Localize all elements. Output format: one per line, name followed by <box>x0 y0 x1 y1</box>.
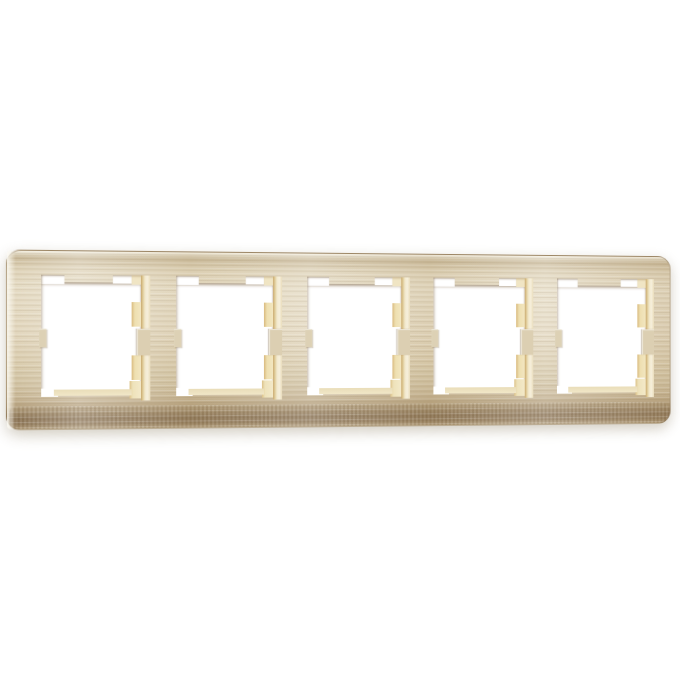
frame-bump-left <box>39 329 46 348</box>
ivory-liner-step-top-right <box>516 278 525 287</box>
aperture-notch-top-left <box>307 277 329 286</box>
ivory-tab-upper <box>132 302 141 327</box>
aperture-notch-top-right <box>375 277 393 285</box>
ivory-tab-upper <box>264 303 273 327</box>
ivory-tab-upper <box>392 303 401 327</box>
aperture-notch-top-left <box>176 276 199 285</box>
frame-perspective-wrapper <box>6 250 671 431</box>
aperture-hole <box>557 285 646 387</box>
frame-bump-left <box>555 329 562 347</box>
aperture-notch-top-right <box>621 279 638 287</box>
aperture-hole <box>41 282 141 391</box>
aperture-notch-top-right <box>246 276 264 284</box>
aperture-row <box>7 251 670 430</box>
ivory-tab-lower <box>264 355 273 379</box>
ivory-tab-upper <box>516 304 525 328</box>
frame-bump-left <box>431 329 438 347</box>
ivory-liner-bottom <box>319 388 392 394</box>
frame-bump-right <box>397 329 410 355</box>
aperture-gang-4 <box>431 278 533 399</box>
aperture-notch-top-right <box>113 275 132 283</box>
ivory-liner-step-top-right <box>392 277 401 286</box>
frame-bump-left <box>305 329 312 347</box>
ivory-tab-lower <box>637 354 645 377</box>
aperture-gang-2 <box>174 276 282 400</box>
ivory-liner-step-top-right <box>132 275 141 284</box>
aperture-gang-1 <box>39 275 150 401</box>
ivory-liner-step-top-right <box>637 279 645 288</box>
aperture-hole <box>433 285 524 389</box>
ivory-liner-bottom <box>54 389 132 396</box>
frame-bump-right <box>269 329 282 355</box>
ivory-tab-lower <box>132 355 141 380</box>
ivory-liner-step-top-right <box>264 276 273 285</box>
aperture-gang-3 <box>305 277 410 400</box>
ivory-tab-upper <box>637 304 645 327</box>
ivory-liner-bottom <box>445 387 516 393</box>
photo-background <box>0 0 680 680</box>
aperture-gang-5 <box>555 278 654 397</box>
aperture-hole <box>176 283 273 390</box>
ivory-liner-bottom <box>568 386 637 392</box>
aperture-notch-top-right <box>499 278 516 286</box>
ivory-tab-lower <box>392 355 401 379</box>
frame-bump-right <box>137 329 151 356</box>
ivory-liner-bottom <box>189 388 264 395</box>
aperture-notch-top-left <box>41 275 64 284</box>
frame-bump-left <box>174 329 181 347</box>
aperture-hole <box>307 284 401 390</box>
frame-bump-right <box>521 329 533 354</box>
aperture-notch-top-left <box>557 279 578 288</box>
ivory-tab-lower <box>516 355 525 379</box>
aperture-notch-top-left <box>433 278 454 287</box>
frame-bump-right <box>642 329 654 354</box>
switch-frame <box>6 250 671 431</box>
